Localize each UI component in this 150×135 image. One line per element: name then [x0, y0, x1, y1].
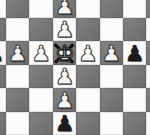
white-pawn-glyph: ♟ [78, 43, 98, 65]
square-r5c6[interactable] [123, 112, 146, 135]
square-r5c2[interactable] [29, 112, 52, 135]
white-pawn[interactable]: ♟ [53, 65, 76, 89]
black-pawn[interactable]: ♟ [53, 112, 76, 135]
square-r3c4[interactable] [76, 65, 99, 88]
square-r3c5[interactable] [100, 65, 123, 88]
square-r0c4[interactable] [76, 0, 99, 18]
white-pawn-glyph: ♟ [55, 90, 75, 112]
square-r3c2[interactable] [29, 65, 52, 88]
square-r0c6[interactable] [123, 0, 146, 18]
square-r0c7[interactable] [146, 0, 150, 18]
square-r1c2[interactable] [29, 18, 52, 41]
white-pawn[interactable]: ♟ [6, 41, 29, 65]
square-r1c6[interactable] [123, 18, 146, 41]
square-r1c7[interactable] [146, 18, 150, 41]
white-pawn-glyph: ♟ [31, 43, 51, 65]
black-pawn-partial[interactable]: ♟ [146, 41, 150, 65]
white-pawn-glyph: ♟ [55, 19, 75, 41]
square-r4c5[interactable] [100, 88, 123, 111]
black-pawn-glyph: ♟ [148, 43, 150, 65]
white-king-glyph: ♚ [55, 43, 75, 65]
square-r4c6[interactable] [123, 88, 146, 111]
square-r4c4[interactable] [76, 88, 99, 111]
black-pawn-glyph: ♟ [55, 113, 75, 135]
chess-board-viewport: ♟♟♟♟♟♚♟♟♟♟♟♟♟♟ [0, 0, 150, 135]
square-r4c1[interactable] [6, 88, 29, 111]
white-pawn-glyph: ♟ [55, 0, 75, 18]
square-r5c4[interactable] [76, 112, 99, 135]
square-r0c5[interactable] [100, 0, 123, 18]
black-pawn[interactable]: ♟ [123, 41, 146, 65]
white-king[interactable]: ♚ [53, 41, 76, 65]
square-r1c1[interactable] [6, 18, 29, 41]
square-r0c2[interactable] [29, 0, 52, 18]
white-pawn[interactable]: ♟ [76, 41, 99, 65]
black-pawn-glyph: ♟ [0, 43, 4, 65]
black-pawn-glyph: ♟ [148, 66, 150, 88]
chess-board: ♟♟♟♟♟♚♟♟♟♟♟♟♟♟ [0, 0, 150, 135]
black-pawn-partial[interactable]: ♟ [146, 65, 150, 89]
white-pawn[interactable]: ♟ [53, 18, 76, 42]
square-r5c5[interactable] [100, 112, 123, 135]
white-pawn[interactable]: ♟ [100, 41, 123, 65]
square-r3c1[interactable] [6, 65, 29, 88]
white-pawn[interactable]: ♟ [53, 0, 76, 19]
white-pawn-glyph: ♟ [8, 43, 28, 65]
square-r3c6[interactable] [123, 65, 146, 88]
white-pawn[interactable]: ♟ [29, 41, 52, 65]
square-r1c5[interactable] [100, 18, 123, 41]
square-r1c4[interactable] [76, 18, 99, 41]
square-r5c7[interactable] [146, 112, 150, 135]
square-r4c7[interactable] [146, 88, 150, 111]
black-pawn-glyph: ♟ [125, 43, 145, 65]
white-pawn-glyph: ♟ [55, 66, 75, 88]
square-r4c2[interactable] [29, 88, 52, 111]
white-pawn-glyph: ♟ [101, 43, 121, 65]
white-pawn[interactable]: ♟ [53, 88, 76, 112]
square-r0c1[interactable] [6, 0, 29, 18]
square-r5c1[interactable] [6, 112, 29, 135]
